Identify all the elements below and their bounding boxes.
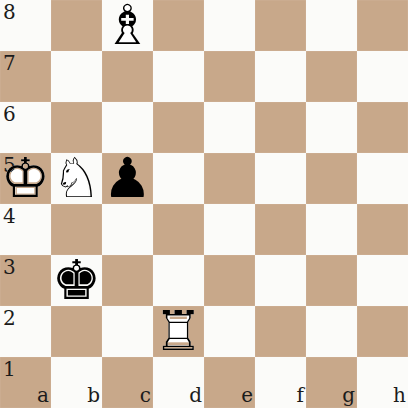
piece-black-king: ♚ <box>51 255 102 306</box>
piece-fill-layer: ♜ <box>154 306 203 357</box>
square-a6[interactable]: 6 <box>0 102 51 153</box>
rank-label-1: 1 <box>3 359 16 379</box>
rank-label-2: 2 <box>3 308 16 328</box>
rank-label-8: 8 <box>3 2 16 22</box>
square-g7[interactable] <box>306 51 357 102</box>
square-b7[interactable] <box>51 51 102 102</box>
square-d2[interactable]: ♜♖ <box>153 306 204 357</box>
piece-glyph: ♚ <box>52 255 101 306</box>
square-g4[interactable] <box>306 204 357 255</box>
square-g8[interactable] <box>306 0 357 51</box>
square-h4[interactable] <box>357 204 408 255</box>
square-f6[interactable] <box>255 102 306 153</box>
piece-glyph: ♟ <box>103 153 152 204</box>
square-e1[interactable]: e <box>204 357 255 408</box>
square-f7[interactable] <box>255 51 306 102</box>
square-c6[interactable] <box>102 102 153 153</box>
square-c7[interactable] <box>102 51 153 102</box>
square-h3[interactable] <box>357 255 408 306</box>
square-f1[interactable]: f <box>255 357 306 408</box>
piece-fill-layer: ♝ <box>103 0 152 51</box>
piece-outline-layer: ♘ <box>52 153 101 204</box>
chess-board: 8♝♗765♚♔♞♘♟43♚2♜♖1abcdefgh <box>0 0 408 408</box>
square-e3[interactable] <box>204 255 255 306</box>
square-h1[interactable]: h <box>357 357 408 408</box>
file-label-e: e <box>241 385 253 405</box>
square-a5[interactable]: 5♚♔ <box>0 153 51 204</box>
square-g3[interactable] <box>306 255 357 306</box>
square-d3[interactable] <box>153 255 204 306</box>
square-d5[interactable] <box>153 153 204 204</box>
piece-outline-layer: ♖ <box>154 306 203 357</box>
piece-outline-layer: ♗ <box>103 0 152 51</box>
square-c1[interactable]: c <box>102 357 153 408</box>
piece-white-knight: ♞♘ <box>51 153 102 204</box>
piece-fill-layer: ♞ <box>52 153 101 204</box>
square-b6[interactable] <box>51 102 102 153</box>
square-g6[interactable] <box>306 102 357 153</box>
square-c4[interactable] <box>102 204 153 255</box>
square-f5[interactable] <box>255 153 306 204</box>
square-f2[interactable] <box>255 306 306 357</box>
square-a4[interactable]: 4 <box>0 204 51 255</box>
square-e4[interactable] <box>204 204 255 255</box>
square-h5[interactable] <box>357 153 408 204</box>
piece-white-bishop: ♝♗ <box>102 0 153 51</box>
square-b8[interactable] <box>51 0 102 51</box>
square-c3[interactable] <box>102 255 153 306</box>
square-h6[interactable] <box>357 102 408 153</box>
file-label-a: a <box>37 385 49 405</box>
square-e8[interactable] <box>204 0 255 51</box>
square-e2[interactable] <box>204 306 255 357</box>
square-g1[interactable]: g <box>306 357 357 408</box>
square-d1[interactable]: d <box>153 357 204 408</box>
piece-white-king: ♚♔ <box>0 153 51 204</box>
square-f3[interactable] <box>255 255 306 306</box>
piece-black-pawn: ♟ <box>102 153 153 204</box>
file-label-f: f <box>297 385 304 405</box>
square-h2[interactable] <box>357 306 408 357</box>
file-label-c: c <box>140 385 151 405</box>
square-d8[interactable] <box>153 0 204 51</box>
file-label-g: g <box>342 385 355 405</box>
square-g2[interactable] <box>306 306 357 357</box>
square-f8[interactable] <box>255 0 306 51</box>
square-e5[interactable] <box>204 153 255 204</box>
square-c5[interactable]: ♟ <box>102 153 153 204</box>
rank-label-3: 3 <box>3 257 16 277</box>
square-c2[interactable] <box>102 306 153 357</box>
square-a8[interactable]: 8 <box>0 0 51 51</box>
square-h7[interactable] <box>357 51 408 102</box>
square-e7[interactable] <box>204 51 255 102</box>
square-a2[interactable]: 2 <box>0 306 51 357</box>
file-label-h: h <box>393 385 406 405</box>
square-b4[interactable] <box>51 204 102 255</box>
square-g5[interactable] <box>306 153 357 204</box>
file-label-d: d <box>189 385 202 405</box>
piece-outline-layer: ♔ <box>1 153 50 204</box>
square-h8[interactable] <box>357 0 408 51</box>
rank-label-4: 4 <box>3 206 16 226</box>
square-a1[interactable]: 1a <box>0 357 51 408</box>
piece-fill-layer: ♚ <box>1 153 50 204</box>
square-a3[interactable]: 3 <box>0 255 51 306</box>
square-d4[interactable] <box>153 204 204 255</box>
rank-label-6: 6 <box>3 104 16 124</box>
piece-white-rook: ♜♖ <box>153 306 204 357</box>
square-d6[interactable] <box>153 102 204 153</box>
square-b2[interactable] <box>51 306 102 357</box>
square-d7[interactable] <box>153 51 204 102</box>
square-b1[interactable]: b <box>51 357 102 408</box>
square-a7[interactable]: 7 <box>0 51 51 102</box>
square-c8[interactable]: ♝♗ <box>102 0 153 51</box>
file-label-b: b <box>87 385 100 405</box>
rank-label-5: 5 <box>3 155 16 175</box>
square-b3[interactable]: ♚ <box>51 255 102 306</box>
square-f4[interactable] <box>255 204 306 255</box>
rank-label-7: 7 <box>3 53 16 73</box>
square-b5[interactable]: ♞♘ <box>51 153 102 204</box>
square-e6[interactable] <box>204 102 255 153</box>
